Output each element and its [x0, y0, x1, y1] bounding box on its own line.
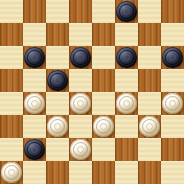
square-a2[interactable]	[0, 138, 23, 161]
square-a5[interactable]	[0, 69, 23, 92]
black-man-piece[interactable]	[116, 1, 137, 22]
square-g4[interactable]	[138, 92, 161, 115]
square-c8[interactable]	[46, 0, 69, 23]
square-g8[interactable]	[138, 0, 161, 23]
black-man-piece[interactable]	[116, 47, 137, 68]
square-c2[interactable]	[46, 138, 69, 161]
white-man-piece[interactable]	[1, 162, 22, 183]
white-man-piece[interactable]	[70, 139, 91, 160]
square-d8[interactable]	[69, 0, 92, 23]
square-c3[interactable]	[46, 115, 69, 138]
square-d1[interactable]	[69, 161, 92, 184]
square-b8[interactable]	[23, 0, 46, 23]
white-man-piece[interactable]	[116, 93, 137, 114]
square-h7[interactable]	[161, 23, 184, 46]
square-g5[interactable]	[138, 69, 161, 92]
square-d6[interactable]	[69, 46, 92, 69]
white-man-piece[interactable]	[24, 93, 45, 114]
square-e2[interactable]	[92, 138, 115, 161]
square-c6[interactable]	[46, 46, 69, 69]
square-g3[interactable]	[138, 115, 161, 138]
square-f1[interactable]	[115, 161, 138, 184]
square-a6[interactable]	[0, 46, 23, 69]
square-f6[interactable]	[115, 46, 138, 69]
square-d3[interactable]	[69, 115, 92, 138]
square-c7[interactable]	[46, 23, 69, 46]
square-d7[interactable]	[69, 23, 92, 46]
square-f8[interactable]	[115, 0, 138, 23]
square-f2[interactable]	[115, 138, 138, 161]
square-e1[interactable]	[92, 161, 115, 184]
white-man-piece[interactable]	[93, 116, 114, 137]
square-d4[interactable]	[69, 92, 92, 115]
black-man-piece[interactable]	[24, 139, 45, 160]
black-man-piece[interactable]	[47, 70, 68, 91]
square-c4[interactable]	[46, 92, 69, 115]
white-man-piece[interactable]	[139, 116, 160, 137]
square-h3[interactable]	[161, 115, 184, 138]
black-man-piece[interactable]	[70, 47, 91, 68]
square-g7[interactable]	[138, 23, 161, 46]
square-h5[interactable]	[161, 69, 184, 92]
square-e7[interactable]	[92, 23, 115, 46]
square-h4[interactable]	[161, 92, 184, 115]
white-man-piece[interactable]	[70, 93, 91, 114]
square-b3[interactable]	[23, 115, 46, 138]
square-e8[interactable]	[92, 0, 115, 23]
square-b2[interactable]	[23, 138, 46, 161]
square-a8[interactable]	[0, 0, 23, 23]
square-h2[interactable]	[161, 138, 184, 161]
square-b4[interactable]	[23, 92, 46, 115]
square-c1[interactable]	[46, 161, 69, 184]
square-a1[interactable]	[0, 161, 23, 184]
square-g2[interactable]	[138, 138, 161, 161]
white-man-piece[interactable]	[162, 93, 183, 114]
square-d5[interactable]	[69, 69, 92, 92]
square-g6[interactable]	[138, 46, 161, 69]
square-h6[interactable]	[161, 46, 184, 69]
square-a4[interactable]	[0, 92, 23, 115]
square-e5[interactable]	[92, 69, 115, 92]
square-f3[interactable]	[115, 115, 138, 138]
square-h8[interactable]	[161, 0, 184, 23]
square-e6[interactable]	[92, 46, 115, 69]
square-g1[interactable]	[138, 161, 161, 184]
square-b1[interactable]	[23, 161, 46, 184]
square-h1[interactable]	[161, 161, 184, 184]
black-man-piece[interactable]	[162, 47, 183, 68]
checkers-board	[0, 0, 184, 184]
square-e4[interactable]	[92, 92, 115, 115]
white-man-piece[interactable]	[47, 116, 68, 137]
square-f4[interactable]	[115, 92, 138, 115]
black-man-piece[interactable]	[24, 47, 45, 68]
square-b6[interactable]	[23, 46, 46, 69]
square-f7[interactable]	[115, 23, 138, 46]
square-b7[interactable]	[23, 23, 46, 46]
square-d2[interactable]	[69, 138, 92, 161]
square-a3[interactable]	[0, 115, 23, 138]
square-b5[interactable]	[23, 69, 46, 92]
square-f5[interactable]	[115, 69, 138, 92]
square-a7[interactable]	[0, 23, 23, 46]
square-e3[interactable]	[92, 115, 115, 138]
square-c5[interactable]	[46, 69, 69, 92]
